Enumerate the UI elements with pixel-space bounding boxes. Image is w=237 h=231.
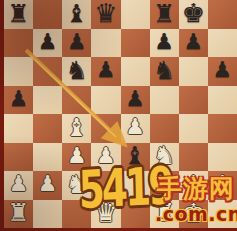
square-f8[interactable]: ♜: [150, 0, 179, 29]
black-queen: ♛: [94, 0, 117, 26]
square-g4[interactable]: [179, 114, 208, 143]
square-d5[interactable]: [91, 86, 120, 115]
square-d4[interactable]: [91, 114, 120, 143]
square-f3[interactable]: ♞: [150, 143, 179, 172]
square-d8[interactable]: ♛: [91, 0, 120, 29]
square-b7[interactable]: ♟: [33, 29, 62, 58]
black-king: ♚: [182, 0, 205, 26]
black-knight: ♞: [66, 58, 88, 83]
white-king: ♚: [182, 200, 205, 226]
square-a4[interactable]: [4, 114, 33, 143]
square-c6[interactable]: ♞: [62, 57, 91, 86]
square-b6[interactable]: [33, 57, 62, 86]
square-f1[interactable]: ♜: [150, 200, 179, 229]
square-b3[interactable]: [33, 143, 62, 172]
white-knight: ♞: [153, 143, 175, 168]
square-a3[interactable]: [4, 143, 33, 172]
square-g8[interactable]: ♚: [179, 0, 208, 29]
square-e4[interactable]: ♟: [121, 114, 150, 143]
square-b1[interactable]: [33, 200, 62, 229]
black-bishop: ♝: [66, 1, 88, 26]
square-g1[interactable]: ♚: [179, 200, 208, 229]
black-pawn: ♟: [183, 31, 203, 53]
black-pawn: ♟: [154, 31, 174, 53]
square-h6[interactable]: ♟: [208, 57, 237, 86]
black-pawn: ♟: [38, 31, 58, 53]
square-a5[interactable]: ♟: [4, 86, 33, 115]
square-e2[interactable]: [121, 171, 150, 200]
white-queen: ♛: [94, 200, 117, 226]
square-e8[interactable]: [121, 0, 150, 29]
square-h4[interactable]: [208, 114, 237, 143]
square-a8[interactable]: ♜: [4, 0, 33, 29]
white-pawn: ♟: [125, 116, 145, 138]
square-c4[interactable]: ♝: [62, 114, 91, 143]
square-f2[interactable]: ♟: [150, 171, 179, 200]
square-e3[interactable]: ♝: [121, 143, 150, 172]
square-h7[interactable]: [208, 29, 237, 58]
black-knight: ♞: [153, 58, 175, 83]
square-g3[interactable]: [179, 143, 208, 172]
square-d2[interactable]: [91, 171, 120, 200]
square-d6[interactable]: ♟: [91, 57, 120, 86]
square-c2[interactable]: ♞: [62, 171, 91, 200]
white-pawn: ♟: [38, 173, 58, 195]
square-d1[interactable]: ♛: [91, 200, 120, 229]
white-rook: ♜: [7, 200, 29, 225]
square-g6[interactable]: [179, 57, 208, 86]
black-rook: ♜: [7, 1, 29, 26]
square-e1[interactable]: [121, 200, 150, 229]
square-h2[interactable]: ♟: [208, 171, 237, 200]
square-c3[interactable]: ♟: [62, 143, 91, 172]
white-bishop: ♝: [66, 115, 88, 140]
square-e7[interactable]: [121, 29, 150, 58]
square-b8[interactable]: [33, 0, 62, 29]
white-pawn: ♟: [213, 173, 233, 195]
white-pawn: ♟: [9, 173, 29, 195]
chess-board: ♜♝♛♜♚♟♟♟♟♞♟♞♟♟♟♝♟♟♟♝♞♟♟♞♟♟♟♜♛♜♚: [4, 0, 237, 228]
square-h1[interactable]: [208, 200, 237, 229]
square-f7[interactable]: ♟: [150, 29, 179, 58]
square-b4[interactable]: [33, 114, 62, 143]
square-b2[interactable]: ♟: [33, 171, 62, 200]
white-pawn: ♟: [183, 173, 203, 195]
square-g5[interactable]: [179, 86, 208, 115]
black-pawn: ♟: [96, 59, 116, 81]
square-a2[interactable]: ♟: [4, 171, 33, 200]
square-c8[interactable]: ♝: [62, 0, 91, 29]
square-g7[interactable]: ♟: [179, 29, 208, 58]
square-a7[interactable]: [4, 29, 33, 58]
square-f6[interactable]: ♞: [150, 57, 179, 86]
black-pawn: ♟: [67, 31, 87, 53]
square-a6[interactable]: [4, 57, 33, 86]
square-b5[interactable]: [33, 86, 62, 115]
white-rook: ♜: [153, 200, 175, 225]
white-pawn: ♟: [154, 173, 174, 195]
black-pawn: ♟: [9, 88, 29, 110]
square-d7[interactable]: [91, 29, 120, 58]
square-h3[interactable]: [208, 143, 237, 172]
white-knight: ♞: [66, 172, 88, 197]
square-h5[interactable]: [208, 86, 237, 115]
white-pawn: ♟: [67, 145, 87, 167]
square-c1[interactable]: [62, 200, 91, 229]
black-rook: ♜: [153, 1, 175, 26]
square-e6[interactable]: [121, 57, 150, 86]
black-bishop: ♝: [124, 143, 146, 168]
white-pawn: ♟: [96, 145, 116, 167]
square-c5[interactable]: [62, 86, 91, 115]
square-f4[interactable]: [150, 114, 179, 143]
black-pawn: ♟: [125, 88, 145, 110]
square-d3[interactable]: ♟: [91, 143, 120, 172]
black-pawn: ♟: [213, 59, 233, 81]
square-f5[interactable]: [150, 86, 179, 115]
square-e5[interactable]: ♟: [121, 86, 150, 115]
square-a1[interactable]: ♜: [4, 200, 33, 229]
square-g2[interactable]: ♟: [179, 171, 208, 200]
square-c7[interactable]: ♟: [62, 29, 91, 58]
square-h8[interactable]: [208, 0, 237, 29]
